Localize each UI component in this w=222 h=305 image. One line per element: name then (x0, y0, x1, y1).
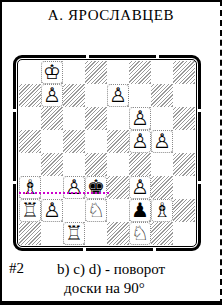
board-inner-border: ♔♙♙♙♙♙♗♙♚♙♖♙♘♟♗♖♘ (17, 59, 197, 247)
square-h2 (173, 199, 195, 222)
white-pawn: ♙ (129, 176, 151, 199)
square-b5 (41, 130, 63, 153)
border-gap (197, 109, 201, 112)
square-g7 (151, 84, 173, 107)
white-rook: ♖ (63, 222, 85, 245)
border-gap (83, 247, 86, 251)
square-d3: ♚ (85, 176, 107, 199)
white-knight: ♘ (129, 222, 151, 245)
square-c6 (63, 107, 85, 130)
white-bishop: ♗ (151, 199, 173, 222)
square-f8 (129, 61, 151, 84)
square-g4 (151, 153, 173, 176)
white-rook: ♖ (19, 199, 41, 222)
square-a5 (19, 130, 41, 153)
white-pawn: ♙ (63, 176, 85, 199)
square-g6 (151, 107, 173, 130)
square-h1 (173, 222, 195, 245)
board-grid: ♔♙♙♙♙♙♗♙♚♙♖♙♘♟♗♖♘ (19, 61, 195, 245)
square-h8 (173, 61, 195, 84)
twin-line-2: доски на 90° (57, 279, 209, 298)
square-e7: ♙ (107, 84, 129, 107)
square-e5 (107, 130, 129, 153)
stipulation-label: #2 (9, 260, 24, 277)
problem-card: А. ЯРОСЛАВЦЕВ ♔♙♙♙♙♙♗♙♚♙♖♙♘♟♗♖♘ #2 b) c)… (0, 0, 222, 305)
white-bishop: ♗ (19, 176, 41, 199)
square-g3 (151, 176, 173, 199)
white-pawn: ♙ (41, 84, 63, 107)
border-gap (156, 55, 159, 59)
white-pawn: ♙ (151, 130, 173, 153)
square-d4 (85, 153, 107, 176)
border-gap (13, 109, 17, 112)
border-gap (153, 247, 156, 251)
border-gap (13, 181, 17, 184)
square-g5: ♙ (151, 130, 173, 153)
square-e3 (107, 176, 129, 199)
square-d2: ♘ (85, 199, 107, 222)
square-f7 (129, 84, 151, 107)
square-h4 (173, 153, 195, 176)
square-b1 (41, 222, 63, 245)
square-c4 (63, 153, 85, 176)
white-pawn: ♙ (129, 107, 151, 130)
square-g8 (151, 61, 173, 84)
author-title: А. ЯРОСЛАВЦЕВ (2, 7, 220, 24)
white-knight: ♘ (85, 199, 107, 222)
square-e1 (107, 222, 129, 245)
square-a7 (19, 84, 41, 107)
square-a1 (19, 222, 41, 245)
black-king: ♚ (85, 176, 107, 199)
black-pawn: ♟ (129, 199, 151, 222)
chessboard: ♔♙♙♙♙♙♗♙♚♙♖♙♘♟♗♖♘ (13, 55, 201, 251)
square-c1: ♖ (63, 222, 85, 245)
square-b4 (41, 153, 63, 176)
square-a4 (19, 153, 41, 176)
square-f6: ♙ (129, 107, 151, 130)
white-king: ♔ (41, 61, 63, 84)
twin-line-1: b) c) d) - поворот (57, 260, 209, 279)
square-h5 (173, 130, 195, 153)
square-b7: ♙ (41, 84, 63, 107)
square-c5 (63, 130, 85, 153)
square-d6 (85, 107, 107, 130)
square-f5: ♙ (129, 130, 151, 153)
square-c2 (63, 199, 85, 222)
square-a2: ♖ (19, 199, 41, 222)
border-gap (86, 55, 89, 59)
square-h3 (173, 176, 195, 199)
square-f1: ♘ (129, 222, 151, 245)
square-c3: ♙ (63, 176, 85, 199)
square-g2: ♗ (151, 199, 173, 222)
white-pawn: ♙ (129, 130, 151, 153)
square-f3: ♙ (129, 176, 151, 199)
square-a8 (19, 61, 41, 84)
board-outer-border: ♔♙♙♙♙♙♗♙♚♙♖♙♘♟♗♖♘ (13, 55, 201, 251)
square-h7 (173, 84, 195, 107)
square-d5 (85, 130, 107, 153)
square-h6 (173, 107, 195, 130)
annotation-dotted-line (19, 192, 109, 194)
square-e6 (107, 107, 129, 130)
square-e4 (107, 153, 129, 176)
square-b6 (41, 107, 63, 130)
white-pawn: ♙ (41, 199, 63, 222)
square-g1 (151, 222, 173, 245)
square-f2: ♟ (129, 199, 151, 222)
square-d8 (85, 61, 107, 84)
square-c8 (63, 61, 85, 84)
square-e8 (107, 61, 129, 84)
square-d1 (85, 222, 107, 245)
square-e2 (107, 199, 129, 222)
white-pawn: ♙ (107, 84, 129, 107)
square-b3 (41, 176, 63, 199)
square-a6 (19, 107, 41, 130)
square-b2: ♙ (41, 199, 63, 222)
square-b8: ♔ (41, 61, 63, 84)
square-d7 (85, 84, 107, 107)
square-c7 (63, 84, 85, 107)
border-gap (197, 181, 201, 184)
square-f4 (129, 153, 151, 176)
twin-conditions-text: b) c) d) - поворот доски на 90° (57, 260, 209, 298)
square-a3: ♗ (19, 176, 41, 199)
